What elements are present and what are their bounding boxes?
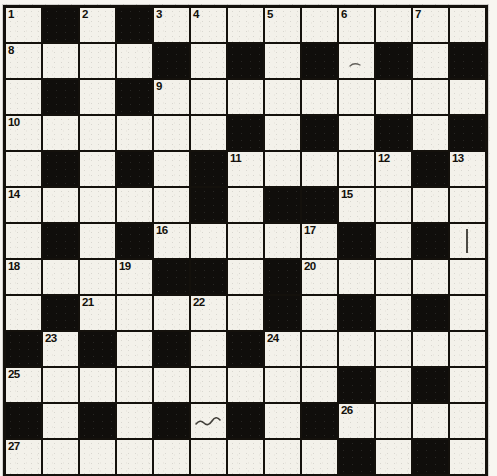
white-cell[interactable]: 8 [6, 44, 41, 78]
black-cell [80, 332, 115, 366]
white-cell[interactable] [413, 188, 448, 222]
white-cell[interactable]: 3 [154, 8, 189, 42]
white-cell[interactable]: 9 [154, 80, 189, 114]
white-cell[interactable] [80, 188, 115, 222]
black-cell [376, 44, 411, 78]
white-cell[interactable] [117, 440, 152, 474]
black-cell [228, 116, 263, 150]
white-cell[interactable] [154, 188, 189, 222]
clue-number: 24 [267, 332, 279, 344]
black-cell [413, 368, 448, 402]
white-cell[interactable]: 11 [228, 152, 263, 186]
white-cell[interactable] [450, 188, 485, 222]
clue-number: 10 [8, 116, 20, 128]
white-cell[interactable] [117, 296, 152, 330]
black-cell [339, 368, 374, 402]
clue-number: 1 [8, 8, 14, 20]
black-cell [265, 260, 300, 294]
black-cell [6, 404, 41, 438]
white-cell[interactable] [413, 332, 448, 366]
white-cell[interactable] [413, 404, 448, 438]
clue-number: 15 [341, 188, 353, 200]
black-cell [265, 296, 300, 330]
black-cell [413, 224, 448, 258]
black-cell [265, 188, 300, 222]
white-cell[interactable] [228, 296, 263, 330]
white-cell[interactable]: 23 [43, 332, 78, 366]
white-cell[interactable] [450, 404, 485, 438]
white-cell[interactable] [154, 440, 189, 474]
black-cell [117, 8, 152, 42]
white-cell[interactable] [450, 368, 485, 402]
white-cell[interactable] [154, 296, 189, 330]
black-cell [43, 152, 78, 186]
white-cell[interactable] [6, 296, 41, 330]
white-cell[interactable] [376, 296, 411, 330]
white-cell[interactable]: 6 [339, 8, 374, 42]
white-cell[interactable] [376, 368, 411, 402]
clue-number: 23 [45, 332, 57, 344]
white-cell[interactable] [6, 80, 41, 114]
pen-mark-scribble [194, 414, 222, 432]
white-cell[interactable] [376, 332, 411, 366]
white-cell[interactable] [413, 44, 448, 78]
black-cell [339, 296, 374, 330]
black-cell [191, 188, 226, 222]
white-cell[interactable] [265, 80, 300, 114]
white-cell[interactable] [43, 404, 78, 438]
white-cell[interactable]: 2 [80, 8, 115, 42]
white-cell[interactable] [302, 440, 337, 474]
white-cell[interactable] [117, 404, 152, 438]
white-cell[interactable] [302, 8, 337, 42]
white-cell[interactable]: 22 [191, 296, 226, 330]
white-cell[interactable]: 19 [117, 260, 152, 294]
black-cell [302, 404, 337, 438]
white-cell[interactable] [43, 188, 78, 222]
black-cell [191, 260, 226, 294]
black-cell [228, 44, 263, 78]
white-cell[interactable] [228, 80, 263, 114]
white-cell[interactable] [228, 8, 263, 42]
black-cell [339, 224, 374, 258]
white-cell[interactable]: 13 [450, 152, 485, 186]
clue-number: 26 [341, 404, 353, 416]
black-cell [117, 80, 152, 114]
white-cell[interactable]: 5 [265, 8, 300, 42]
clue-number: 7 [415, 8, 421, 20]
clue-number: 19 [119, 260, 131, 272]
clue-number: 14 [8, 188, 20, 200]
white-cell[interactable] [376, 8, 411, 42]
white-cell[interactable] [117, 116, 152, 150]
white-cell[interactable]: 24 [265, 332, 300, 366]
pen-mark-small-mark [348, 56, 362, 74]
white-cell[interactable] [154, 368, 189, 402]
white-cell[interactable] [154, 116, 189, 150]
black-cell [43, 80, 78, 114]
white-cell[interactable] [80, 224, 115, 258]
white-cell[interactable] [376, 188, 411, 222]
white-cell[interactable] [339, 260, 374, 294]
clue-number: 5 [267, 8, 273, 20]
white-cell[interactable] [339, 116, 374, 150]
black-cell [154, 332, 189, 366]
white-cell[interactable] [80, 80, 115, 114]
white-cell[interactable] [376, 80, 411, 114]
white-cell[interactable] [191, 332, 226, 366]
white-cell[interactable]: 26 [339, 404, 374, 438]
white-cell[interactable] [80, 152, 115, 186]
white-cell[interactable] [265, 152, 300, 186]
black-cell [154, 260, 189, 294]
black-cell [43, 224, 78, 258]
pen-mark-vertical-mark [466, 229, 468, 253]
white-cell[interactable] [191, 368, 226, 402]
white-cell[interactable] [413, 116, 448, 150]
white-cell[interactable]: 15 [339, 188, 374, 222]
white-cell[interactable] [191, 440, 226, 474]
clue-number: 13 [452, 152, 464, 164]
white-cell[interactable] [117, 332, 152, 366]
clue-number: 9 [156, 80, 162, 92]
clue-number: 4 [193, 8, 199, 20]
clue-number: 17 [304, 224, 316, 236]
white-cell[interactable] [228, 188, 263, 222]
black-cell [228, 404, 263, 438]
white-cell[interactable] [339, 152, 374, 186]
clue-number: 21 [82, 296, 94, 308]
white-cell[interactable] [302, 368, 337, 402]
black-cell [117, 152, 152, 186]
black-cell [117, 224, 152, 258]
clue-number: 16 [156, 224, 168, 236]
black-cell [339, 440, 374, 474]
white-cell[interactable] [302, 332, 337, 366]
white-cell[interactable] [450, 260, 485, 294]
white-cell[interactable] [265, 440, 300, 474]
white-cell[interactable]: 27 [6, 440, 41, 474]
clue-number: 25 [8, 368, 20, 380]
white-cell[interactable] [191, 44, 226, 78]
white-cell[interactable] [265, 404, 300, 438]
white-cell[interactable]: 12 [376, 152, 411, 186]
black-cell [376, 116, 411, 150]
black-cell [43, 8, 78, 42]
clue-number: 6 [341, 8, 347, 20]
white-cell[interactable] [265, 116, 300, 150]
white-cell[interactable]: 1 [6, 8, 41, 42]
white-cell[interactable] [43, 260, 78, 294]
white-cell[interactable] [450, 332, 485, 366]
white-cell[interactable] [265, 44, 300, 78]
white-cell[interactable] [80, 260, 115, 294]
white-cell[interactable] [191, 404, 226, 438]
white-cell[interactable] [376, 224, 411, 258]
white-cell[interactable] [228, 224, 263, 258]
white-cell[interactable] [265, 224, 300, 258]
black-cell [154, 44, 189, 78]
white-cell[interactable] [376, 440, 411, 474]
white-cell[interactable] [339, 332, 374, 366]
white-cell[interactable] [302, 80, 337, 114]
clue-number: 2 [82, 8, 88, 20]
white-cell[interactable] [450, 440, 485, 474]
white-cell[interactable] [43, 440, 78, 474]
clue-number: 20 [304, 260, 316, 272]
white-cell[interactable] [302, 152, 337, 186]
black-cell [43, 296, 78, 330]
white-cell[interactable] [339, 80, 374, 114]
black-cell [6, 332, 41, 366]
black-cell [228, 332, 263, 366]
white-cell[interactable] [228, 368, 263, 402]
white-cell[interactable] [43, 116, 78, 150]
white-cell[interactable] [228, 440, 263, 474]
black-cell [154, 404, 189, 438]
white-cell[interactable]: 4 [191, 8, 226, 42]
black-cell [450, 44, 485, 78]
white-cell[interactable]: 10 [6, 116, 41, 150]
white-cell[interactable] [450, 8, 485, 42]
black-cell [413, 152, 448, 186]
black-cell [191, 152, 226, 186]
white-cell[interactable] [302, 296, 337, 330]
clue-number: 18 [8, 260, 20, 272]
white-cell[interactable] [339, 44, 374, 78]
white-cell[interactable] [80, 44, 115, 78]
white-cell[interactable] [228, 260, 263, 294]
white-cell[interactable] [376, 404, 411, 438]
white-cell[interactable] [6, 152, 41, 186]
white-cell[interactable] [80, 368, 115, 402]
white-cell[interactable] [6, 224, 41, 258]
white-cell[interactable]: 18 [6, 260, 41, 294]
white-cell[interactable]: 7 [413, 8, 448, 42]
black-cell [413, 440, 448, 474]
black-cell [450, 116, 485, 150]
white-cell[interactable] [191, 116, 226, 150]
clue-number: 12 [378, 152, 390, 164]
white-cell[interactable]: 20 [302, 260, 337, 294]
black-cell [302, 44, 337, 78]
white-cell[interactable] [43, 368, 78, 402]
white-cell[interactable] [450, 224, 485, 258]
white-cell[interactable] [80, 116, 115, 150]
white-cell[interactable] [117, 188, 152, 222]
clue-number: 22 [193, 296, 205, 308]
crossword-board: 1234567891011121314151617181920212223242… [3, 5, 488, 476]
white-cell[interactable] [117, 368, 152, 402]
white-cell[interactable] [376, 260, 411, 294]
white-cell[interactable]: 14 [6, 188, 41, 222]
clue-number: 11 [230, 152, 241, 164]
white-cell[interactable] [154, 152, 189, 186]
white-cell[interactable] [117, 44, 152, 78]
black-cell [302, 188, 337, 222]
black-cell [80, 404, 115, 438]
clue-number: 3 [156, 8, 162, 20]
white-cell[interactable] [450, 80, 485, 114]
black-cell [302, 116, 337, 150]
clue-number: 8 [8, 44, 14, 56]
white-cell[interactable] [80, 440, 115, 474]
white-cell[interactable] [191, 224, 226, 258]
clue-number: 27 [8, 440, 20, 452]
white-cell[interactable]: 21 [80, 296, 115, 330]
white-cell[interactable]: 16 [154, 224, 189, 258]
white-cell[interactable] [191, 80, 226, 114]
white-cell[interactable] [265, 368, 300, 402]
black-cell [413, 296, 448, 330]
white-cell[interactable] [450, 296, 485, 330]
white-cell[interactable] [413, 260, 448, 294]
white-cell[interactable]: 17 [302, 224, 337, 258]
white-cell[interactable] [413, 80, 448, 114]
white-cell[interactable] [43, 44, 78, 78]
white-cell[interactable]: 25 [6, 368, 41, 402]
